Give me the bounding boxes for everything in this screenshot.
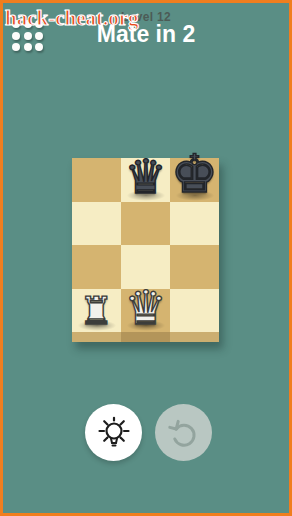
undo-arrow-icon [166,415,202,451]
hint-button[interactable] [85,404,142,461]
square-c4[interactable]: ♚ [170,158,219,202]
white-queen[interactable]: ♛ [124,286,166,329]
white-rook[interactable]: ♜ [79,294,113,329]
menu-dot-icon [24,43,32,51]
board-grid: ♛♚♜♛ [72,158,219,332]
square-c2[interactable] [170,245,219,289]
menu-dot-icon [24,32,32,40]
square-a3[interactable] [72,202,121,246]
square-c3[interactable] [170,202,219,246]
menu-dot-icon [35,32,43,40]
lightbulb-icon [96,415,132,451]
square-a2[interactable] [72,245,121,289]
square-a4[interactable] [72,158,121,202]
undo-button[interactable] [155,404,212,461]
chess-board: ♛♚♜♛ [72,158,219,342]
square-b3[interactable] [121,202,170,246]
menu-dot-icon [35,43,43,51]
menu-dot-icon [12,43,20,51]
black-queen[interactable]: ♛ [124,155,166,198]
square-a1[interactable]: ♜ [72,289,121,333]
app-screen: hack-cheat.org Level 12 Mate in 2 ♛♚♜♛ [0,0,292,516]
watermark-text: hack-cheat.org [5,6,139,31]
board-face-segment [72,332,121,342]
square-b1[interactable]: ♛ [121,289,170,333]
square-b4[interactable]: ♛ [121,158,170,202]
menu-dot-icon [12,32,20,40]
square-c1[interactable] [170,289,219,333]
black-king[interactable]: ♚ [171,150,219,199]
board-face-segment [170,332,219,342]
